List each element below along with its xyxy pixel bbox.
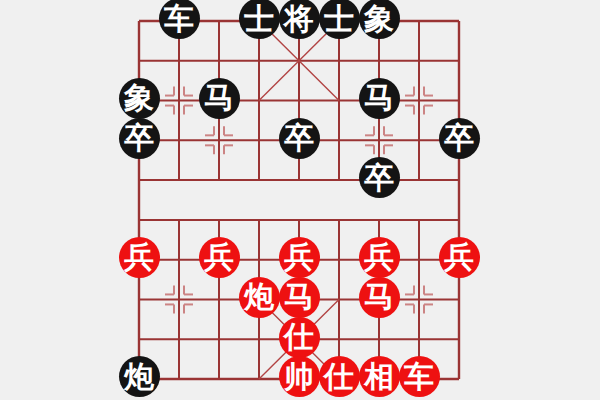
piece-red-horse[interactable]: 马 <box>359 277 400 318</box>
piece-red-soldier[interactable]: 兵 <box>439 237 480 278</box>
piece-black-chariot[interactable]: 车 <box>159 0 200 39</box>
piece-black-advisor[interactable]: 士 <box>239 0 280 39</box>
piece-red-horse[interactable]: 马 <box>279 277 320 318</box>
piece-black-soldier[interactable]: 卒 <box>359 157 400 198</box>
piece-red-soldier[interactable]: 兵 <box>119 237 160 278</box>
piece-black-cannon[interactable]: 炮 <box>119 356 160 397</box>
piece-black-soldier[interactable]: 卒 <box>439 118 480 159</box>
piece-red-advisor[interactable]: 仕 <box>279 317 320 358</box>
piece-black-elephant[interactable]: 象 <box>119 78 160 119</box>
piece-red-cannon[interactable]: 炮 <box>239 277 280 318</box>
piece-black-horse[interactable]: 马 <box>359 78 400 119</box>
piece-black-elephant[interactable]: 象 <box>359 0 400 39</box>
piece-red-king[interactable]: 帅 <box>279 356 320 397</box>
xiangqi-pieces-layer: 车士将士象象马马卒卒卒卒炮兵兵兵兵兵炮马马仕帅仕相车 <box>119 0 479 397</box>
piece-black-soldier[interactable]: 卒 <box>279 118 320 159</box>
piece-red-soldier[interactable]: 兵 <box>199 237 240 278</box>
xiangqi-screen: 车士将士象象马马卒卒卒卒炮兵兵兵兵兵炮马马仕帅仕相车 <box>0 0 600 400</box>
piece-red-soldier[interactable]: 兵 <box>359 237 400 278</box>
piece-black-advisor[interactable]: 士 <box>319 0 360 39</box>
piece-black-soldier[interactable]: 卒 <box>119 118 160 159</box>
piece-black-horse[interactable]: 马 <box>199 78 240 119</box>
piece-red-elephant[interactable]: 相 <box>359 356 400 397</box>
piece-black-king[interactable]: 将 <box>279 0 320 39</box>
piece-red-advisor[interactable]: 仕 <box>319 356 360 397</box>
piece-red-soldier[interactable]: 兵 <box>279 237 320 278</box>
piece-red-chariot[interactable]: 车 <box>399 356 440 397</box>
